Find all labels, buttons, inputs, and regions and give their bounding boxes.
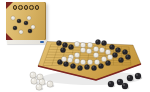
stone-highlight [96,40,97,41]
board-stone-white [19,30,23,34]
stone-highlight [128,76,130,78]
stone-highlight [18,20,19,21]
stone-highlight [81,60,82,61]
stone-highlight [118,80,120,82]
stone-highlight [58,60,59,61]
tray-stone-black [117,79,123,85]
board-stone-black [62,42,67,47]
stone-highlight [12,17,13,18]
stone-highlight [63,43,64,44]
stone-highlight [126,55,127,56]
board-stone-black [13,26,17,30]
board-stone-black [60,47,65,52]
stone-highlight [88,60,89,61]
board-stone-black [17,19,21,23]
board-stone-white [101,56,106,61]
stone-highlight [99,64,100,65]
stone-highlight [20,31,21,32]
stone-highlight [29,30,30,31]
board-stone-white [67,57,72,62]
stone-highlight [110,45,111,46]
stone-highlight [106,50,107,51]
stone-highlight [25,22,26,23]
board-stone-white [74,52,79,57]
board-stone-black [101,40,106,45]
board-stone-black [24,21,28,25]
stone-highlight [113,53,114,54]
stone-highlight [69,55,70,56]
tray-stone-black [108,81,114,87]
board-stone-white [87,42,92,47]
board-stone-white [74,41,79,46]
stone-highlight [81,43,82,44]
product-photo-scene [0,0,150,92]
tray-stone-black [135,73,141,79]
board-stone-white [80,42,85,47]
stone-highlight [78,66,79,67]
stone-highlight [14,27,15,28]
board-stone-black [112,52,117,57]
board-stone-white [105,49,110,54]
stone-highlight [106,61,107,62]
stone-highlight [32,26,33,27]
stone-highlight [48,82,50,84]
board-stone-black [63,61,68,66]
stone-highlight [102,41,103,42]
stone-highlight [28,17,29,18]
stone-highlight [64,62,65,63]
board-stone-white [27,16,31,20]
board-stone-black [70,63,75,68]
stone-highlight [87,49,88,50]
stone-highlight [68,58,69,59]
board-stone-white [80,59,85,64]
board-stone-black [109,44,114,49]
board-stone-black [98,63,103,68]
stone-highlight [31,73,33,75]
stone-highlight [81,48,82,49]
board-stone-white [86,48,91,53]
board-stone-white [107,54,112,59]
stone-highlight [116,48,117,49]
board-stone-black [91,65,96,70]
board-stone-white [31,25,35,29]
board-and-stones-layer [0,0,150,92]
board-stone-black [84,64,89,69]
stone-highlight [102,57,103,58]
stone-highlight [108,55,109,56]
stone-highlight [75,59,76,60]
stone-highlight [69,45,70,46]
board-stone-black [28,29,32,33]
tray-stone-white [47,81,53,87]
board-stone-white [94,59,99,64]
stone-highlight [75,42,76,43]
tray-stone-white [36,84,42,90]
board-stone-white [87,59,92,64]
board-stone-black [56,40,61,45]
stone-highlight [57,41,58,42]
stone-highlight [38,75,40,77]
stone-highlight [62,57,63,58]
board-stone-black [68,44,73,49]
stone-highlight [85,65,86,66]
stone-highlight [37,85,39,87]
board-stone-white [99,47,104,52]
stone-highlight [92,66,93,67]
board-stone-black [125,54,130,59]
tray-stone-white [31,78,37,84]
stone-highlight [95,60,96,61]
tray-stone-white [30,72,36,78]
stone-highlight [119,58,120,59]
stone-highlight [123,50,124,51]
stone-highlight [94,53,95,54]
stone-highlight [88,43,89,44]
stone-highlight [123,84,125,86]
board-stone-white [74,58,79,63]
board-stone-white [93,52,98,57]
stone-highlight [40,80,42,82]
board-stone-white [93,46,98,51]
tray-stone-black [127,75,133,81]
stone-highlight [75,53,76,54]
board-stone-black [77,65,82,70]
board-stone-black [122,49,127,54]
stone-highlight [71,64,72,65]
board-stone-white [61,56,66,61]
board-stone-black [105,60,110,65]
stone-highlight [94,47,95,48]
stone-highlight [109,82,111,84]
stone-highlight [136,74,138,76]
board-stone-white [11,16,15,20]
board-stone-black [115,47,120,52]
tray-stone-black [122,83,128,89]
stone-highlight [61,48,62,49]
board-stone-black [95,39,100,44]
stone-highlight [32,79,34,81]
board-stone-white [80,47,85,52]
board-stone-black [118,57,123,62]
stone-highlight [100,48,101,49]
